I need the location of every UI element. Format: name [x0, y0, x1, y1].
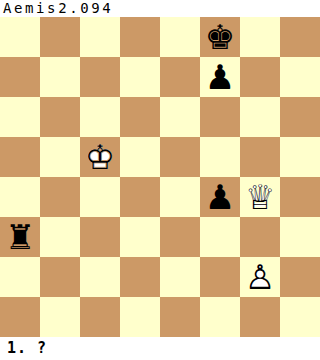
square-d8[interactable] [120, 17, 160, 57]
square-f6[interactable] [200, 97, 240, 137]
black-rook: ♜ [0, 217, 40, 257]
square-b2[interactable] [40, 257, 80, 297]
square-a5[interactable] [0, 137, 40, 177]
square-e2[interactable] [160, 257, 200, 297]
square-e4[interactable] [160, 177, 200, 217]
square-a2[interactable] [0, 257, 40, 297]
black-king: ♚ [200, 17, 240, 57]
square-h7[interactable] [280, 57, 320, 97]
square-b3[interactable] [40, 217, 80, 257]
square-f4[interactable]: ♟ [200, 177, 240, 217]
white-pawn: ♙ [240, 257, 280, 297]
square-f3[interactable] [200, 217, 240, 257]
square-g4[interactable]: ♛♕ [240, 177, 280, 217]
square-g7[interactable] [240, 57, 280, 97]
square-c3[interactable] [80, 217, 120, 257]
square-d1[interactable] [120, 297, 160, 337]
square-g1[interactable] [240, 297, 280, 337]
square-d2[interactable] [120, 257, 160, 297]
square-g3[interactable] [240, 217, 280, 257]
square-h1[interactable] [280, 297, 320, 337]
square-e8[interactable] [160, 17, 200, 57]
square-a1[interactable] [0, 297, 40, 337]
square-e3[interactable] [160, 217, 200, 257]
square-h2[interactable] [280, 257, 320, 297]
square-f2[interactable] [200, 257, 240, 297]
square-a3[interactable]: ♜ [0, 217, 40, 257]
square-g2[interactable]: ♟♙ [240, 257, 280, 297]
square-h8[interactable] [280, 17, 320, 57]
white-king: ♔ [80, 137, 120, 177]
black-pawn: ♟ [200, 57, 240, 97]
white-king-fill: ♚ [80, 137, 120, 177]
move-prompt: 1. ? [0, 337, 320, 360]
square-g6[interactable] [240, 97, 280, 137]
square-c2[interactable] [80, 257, 120, 297]
white-queen: ♕ [240, 177, 280, 217]
chess-board: ♚♟♚♔♟♛♕♜♟♙ [0, 17, 320, 337]
square-h3[interactable] [280, 217, 320, 257]
square-g8[interactable] [240, 17, 280, 57]
white-pawn-fill: ♟ [240, 257, 280, 297]
black-pawn: ♟ [200, 177, 240, 217]
square-e6[interactable] [160, 97, 200, 137]
square-f5[interactable] [200, 137, 240, 177]
square-a4[interactable] [0, 177, 40, 217]
engine-title: Aemis2.094 [0, 0, 320, 17]
square-c4[interactable] [80, 177, 120, 217]
square-b4[interactable] [40, 177, 80, 217]
square-c6[interactable] [80, 97, 120, 137]
square-d3[interactable] [120, 217, 160, 257]
chess-app-window: Aemis2.094 ♚♟♚♔♟♛♕♜♟♙ 1. ? [0, 0, 320, 360]
square-c1[interactable] [80, 297, 120, 337]
square-a6[interactable] [0, 97, 40, 137]
square-e7[interactable] [160, 57, 200, 97]
square-f8[interactable]: ♚ [200, 17, 240, 57]
square-f1[interactable] [200, 297, 240, 337]
square-g5[interactable] [240, 137, 280, 177]
square-d7[interactable] [120, 57, 160, 97]
square-b1[interactable] [40, 297, 80, 337]
square-a8[interactable] [0, 17, 40, 57]
square-h6[interactable] [280, 97, 320, 137]
square-c5[interactable]: ♚♔ [80, 137, 120, 177]
square-b8[interactable] [40, 17, 80, 57]
square-b6[interactable] [40, 97, 80, 137]
square-f7[interactable]: ♟ [200, 57, 240, 97]
square-h4[interactable] [280, 177, 320, 217]
white-queen-fill: ♛ [240, 177, 280, 217]
square-d4[interactable] [120, 177, 160, 217]
square-b5[interactable] [40, 137, 80, 177]
square-c7[interactable] [80, 57, 120, 97]
square-a7[interactable] [0, 57, 40, 97]
square-h5[interactable] [280, 137, 320, 177]
square-e5[interactable] [160, 137, 200, 177]
square-b7[interactable] [40, 57, 80, 97]
square-d6[interactable] [120, 97, 160, 137]
square-c8[interactable] [80, 17, 120, 57]
square-d5[interactable] [120, 137, 160, 177]
square-e1[interactable] [160, 297, 200, 337]
